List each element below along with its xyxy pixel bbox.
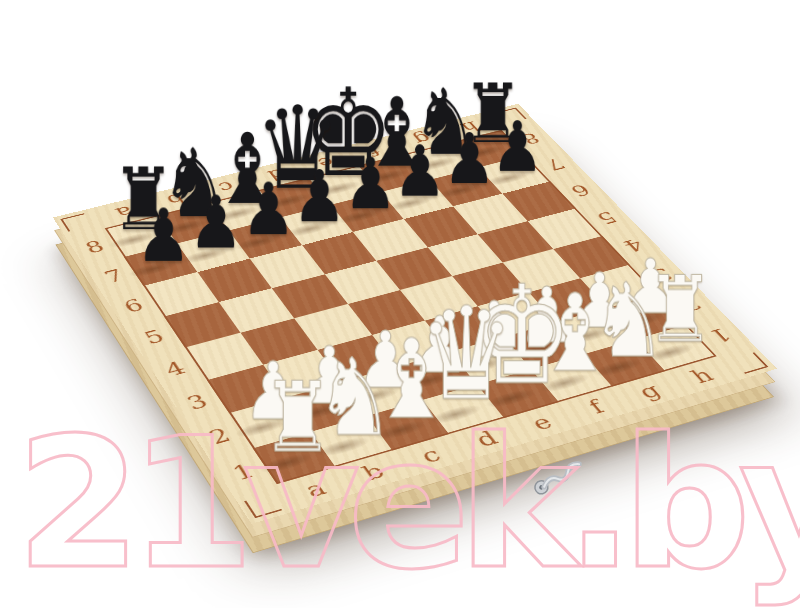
rank-label-1-left: 1 xyxy=(229,461,258,483)
square-a7: ♟ xyxy=(124,243,197,286)
rank-label-8-left: 8 xyxy=(82,239,107,256)
rank-label-5-left: 5 xyxy=(141,328,167,347)
rank-label-6-left: 6 xyxy=(121,297,147,316)
corner-bracket xyxy=(731,352,768,373)
rank-label-3-left: 3 xyxy=(183,392,210,413)
file-label-f-near: f xyxy=(585,397,608,416)
file-label-c-near: c xyxy=(417,445,445,466)
rank-label-6-right: 6 xyxy=(567,182,593,198)
rank-label-2-left: 2 xyxy=(206,426,234,447)
rank-label-5-right: 5 xyxy=(593,209,620,226)
black-pawn-icon: ♟ xyxy=(105,201,221,268)
file-label-e-near: e xyxy=(527,412,556,433)
rank-label-7-left: 7 xyxy=(101,267,126,285)
product-photo-scene: abcdefgh8♜♞♝♛♚♝♞♜87♟♟♟♟♟♟♟♟7665544332♟♟♟… xyxy=(0,0,800,608)
file-label-g-near: g xyxy=(634,381,664,401)
rank-label-4-left: 4 xyxy=(162,359,189,379)
corner-bracket xyxy=(244,493,282,518)
white-rook-icon: ♜ xyxy=(233,374,362,463)
chess-board: abcdefgh8♜♞♝♛♚♝♞♜87♟♟♟♟♟♟♟♟7665544332♟♟♟… xyxy=(53,104,777,524)
file-label-a-near: a xyxy=(301,478,329,500)
file-label-b-near: b xyxy=(359,461,389,483)
file-label-d-near: d xyxy=(472,428,502,449)
file-label-h-near: h xyxy=(687,366,717,386)
board-grid: abcdefgh8♜♞♝♛♚♝♞♜87♟♟♟♟♟♟♟♟7665544332♟♟♟… xyxy=(53,104,777,524)
